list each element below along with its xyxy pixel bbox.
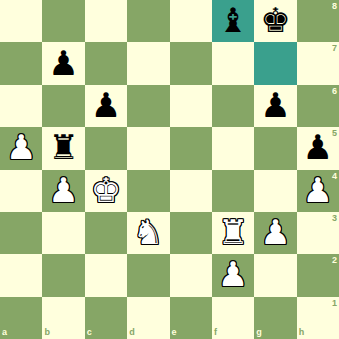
square-f5[interactable] [212, 127, 254, 169]
square-b6[interactable] [42, 85, 84, 127]
piece-black-king-g8[interactable]: ♚ [260, 3, 290, 39]
square-h2[interactable]: 2 [297, 254, 339, 296]
square-b4[interactable]: ♟ [42, 170, 84, 212]
square-e2[interactable] [170, 254, 212, 296]
square-a8[interactable] [0, 0, 42, 42]
square-d5[interactable] [127, 127, 169, 169]
square-f7[interactable] [212, 42, 254, 84]
square-c1[interactable]: c [85, 297, 127, 339]
piece-black-rook-b5[interactable]: ♜ [48, 130, 78, 166]
square-e6[interactable] [170, 85, 212, 127]
square-e7[interactable] [170, 42, 212, 84]
chess-board: ♝♚8♟7♟♟6♟♜♟5♟♚♟4♞♜♟3♟2abcdefgh1 [0, 0, 339, 339]
piece-white-knight-d3[interactable]: ♞ [133, 215, 163, 251]
file-label-h: h [299, 328, 305, 337]
square-g5[interactable] [254, 127, 296, 169]
file-label-b: b [44, 328, 50, 337]
square-e5[interactable] [170, 127, 212, 169]
piece-white-pawn-h4[interactable]: ♟ [303, 173, 333, 209]
square-g8[interactable]: ♚ [254, 0, 296, 42]
square-a6[interactable] [0, 85, 42, 127]
square-g6[interactable]: ♟ [254, 85, 296, 127]
square-c2[interactable] [85, 254, 127, 296]
square-f3[interactable]: ♜ [212, 212, 254, 254]
square-b8[interactable] [42, 0, 84, 42]
rank-label-7: 7 [332, 44, 337, 53]
rank-label-6: 6 [332, 87, 337, 96]
square-d2[interactable] [127, 254, 169, 296]
piece-white-king-c4[interactable]: ♚ [91, 173, 121, 209]
piece-black-bishop-f8[interactable]: ♝ [218, 3, 248, 39]
square-b3[interactable] [42, 212, 84, 254]
square-c6[interactable]: ♟ [85, 85, 127, 127]
file-label-d: d [129, 328, 135, 337]
square-f1[interactable]: f [212, 297, 254, 339]
square-c7[interactable] [85, 42, 127, 84]
square-f4[interactable] [212, 170, 254, 212]
square-b1[interactable]: b [42, 297, 84, 339]
square-d8[interactable] [127, 0, 169, 42]
square-d7[interactable] [127, 42, 169, 84]
square-h8[interactable]: 8 [297, 0, 339, 42]
piece-black-pawn-c6[interactable]: ♟ [91, 88, 121, 124]
square-f8[interactable]: ♝ [212, 0, 254, 42]
square-g2[interactable] [254, 254, 296, 296]
file-label-c: c [87, 328, 92, 337]
square-h6[interactable]: 6 [297, 85, 339, 127]
file-label-a: a [2, 328, 7, 337]
square-g7[interactable] [254, 42, 296, 84]
square-c3[interactable] [85, 212, 127, 254]
square-h5[interactable]: ♟5 [297, 127, 339, 169]
square-c8[interactable] [85, 0, 127, 42]
square-f2[interactable]: ♟ [212, 254, 254, 296]
square-a1[interactable]: a [0, 297, 42, 339]
piece-black-pawn-h5[interactable]: ♟ [303, 130, 333, 166]
square-b2[interactable] [42, 254, 84, 296]
square-h4[interactable]: ♟4 [297, 170, 339, 212]
square-h3[interactable]: 3 [297, 212, 339, 254]
square-b5[interactable]: ♜ [42, 127, 84, 169]
square-e8[interactable] [170, 0, 212, 42]
square-f6[interactable] [212, 85, 254, 127]
square-a4[interactable] [0, 170, 42, 212]
piece-white-rook-f3[interactable]: ♜ [218, 215, 248, 251]
square-a7[interactable] [0, 42, 42, 84]
piece-white-pawn-a5[interactable]: ♟ [6, 130, 36, 166]
square-d1[interactable]: d [127, 297, 169, 339]
square-a3[interactable] [0, 212, 42, 254]
piece-white-pawn-f2[interactable]: ♟ [218, 257, 248, 293]
rank-label-8: 8 [332, 2, 337, 11]
square-c4[interactable]: ♚ [85, 170, 127, 212]
square-c5[interactable] [85, 127, 127, 169]
square-d3[interactable]: ♞ [127, 212, 169, 254]
square-d6[interactable] [127, 85, 169, 127]
piece-white-pawn-g3[interactable]: ♟ [260, 215, 290, 251]
square-h7[interactable]: 7 [297, 42, 339, 84]
square-a5[interactable]: ♟ [0, 127, 42, 169]
square-e3[interactable] [170, 212, 212, 254]
piece-white-pawn-b4[interactable]: ♟ [48, 173, 78, 209]
rank-label-2: 2 [332, 256, 337, 265]
square-g1[interactable]: g [254, 297, 296, 339]
square-g3[interactable]: ♟ [254, 212, 296, 254]
piece-black-pawn-g6[interactable]: ♟ [260, 88, 290, 124]
square-g4[interactable] [254, 170, 296, 212]
square-b7[interactable]: ♟ [42, 42, 84, 84]
square-h1[interactable]: h1 [297, 297, 339, 339]
square-a2[interactable] [0, 254, 42, 296]
file-label-e: e [172, 328, 177, 337]
piece-black-pawn-b7[interactable]: ♟ [48, 46, 78, 82]
square-d4[interactable] [127, 170, 169, 212]
rank-label-1: 1 [332, 299, 337, 308]
square-e4[interactable] [170, 170, 212, 212]
square-e1[interactable]: e [170, 297, 212, 339]
file-label-f: f [214, 328, 217, 337]
file-label-g: g [256, 328, 262, 337]
rank-label-3: 3 [332, 214, 337, 223]
